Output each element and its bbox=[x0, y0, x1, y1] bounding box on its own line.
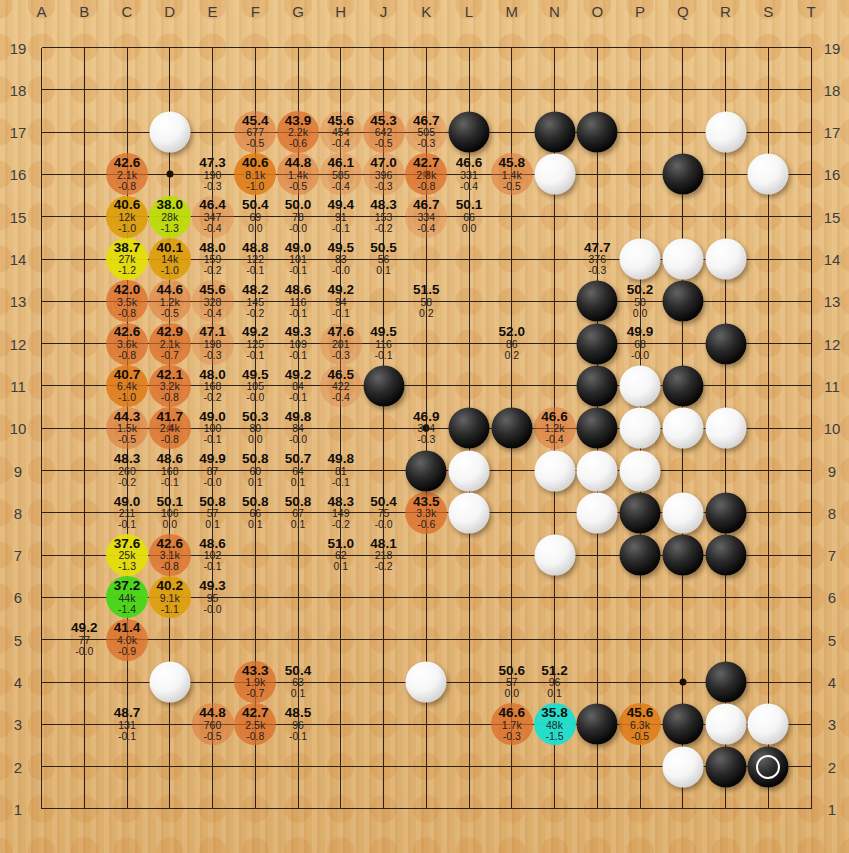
analysis-overlay-e11[interactable]: 48.0168-0.2 bbox=[192, 365, 234, 407]
score-delta-value: -0.5 bbox=[289, 181, 307, 192]
score-delta-value: -0.1 bbox=[332, 223, 350, 234]
score-delta-value: -0.4 bbox=[203, 223, 221, 234]
stone-black-r7 bbox=[705, 535, 746, 576]
score-delta-value: 0.0 bbox=[633, 308, 648, 319]
score-delta-value: -0.1 bbox=[118, 731, 136, 742]
analysis-overlay-d14[interactable]: 40.114k-1.0 bbox=[149, 238, 191, 280]
stone-black-o11 bbox=[577, 365, 618, 406]
row-label-right: 3 bbox=[828, 717, 836, 732]
score-delta-value: -0.1 bbox=[289, 392, 307, 403]
score-delta-value: -0.2 bbox=[374, 223, 392, 234]
analysis-overlay-c16[interactable]: 42.62.1k-0.8 bbox=[106, 153, 148, 195]
analysis-overlay-f14[interactable]: 48.8122-0.1 bbox=[234, 238, 276, 280]
score-delta-value: -0.4 bbox=[332, 138, 350, 149]
stone-white-p14 bbox=[620, 239, 661, 280]
score-delta-value: -0.4 bbox=[332, 392, 350, 403]
score-delta-value: -0.1 bbox=[161, 477, 179, 488]
analysis-overlay-k10[interactable]: 46.9334-0.3 bbox=[405, 407, 447, 449]
score-delta-value: -0.9 bbox=[118, 646, 136, 657]
column-label: F bbox=[251, 4, 260, 19]
score-delta-value: -0.3 bbox=[588, 265, 606, 276]
column-label: D bbox=[164, 4, 175, 19]
score-delta-value: -0.8 bbox=[118, 308, 136, 319]
analysis-overlay-f4[interactable]: 43.31.9k-0.7 bbox=[234, 661, 276, 703]
score-delta-value: 0.1 bbox=[248, 519, 263, 530]
score-delta-value: 0.0 bbox=[248, 223, 263, 234]
row-label-right: 10 bbox=[824, 421, 841, 436]
analysis-overlay-g14[interactable]: 49.0101-0.1 bbox=[277, 238, 319, 280]
stone-black-r4 bbox=[705, 662, 746, 703]
stone-black-l17 bbox=[449, 112, 490, 153]
stone-white-d17 bbox=[149, 112, 190, 153]
analysis-overlay-n4[interactable]: 51.2960.1 bbox=[534, 661, 576, 703]
score-delta-value: -0.3 bbox=[374, 181, 392, 192]
analysis-overlay-m3[interactable]: 46.61.7k-0.3 bbox=[491, 703, 533, 745]
stone-white-r17 bbox=[705, 112, 746, 153]
score-delta-value: -0.8 bbox=[161, 434, 179, 445]
analysis-overlay-h9[interactable]: 49.881-0.1 bbox=[320, 450, 362, 492]
score-delta-value: 0.2 bbox=[419, 308, 434, 319]
analysis-overlay-o14[interactable]: 47.7376-0.3 bbox=[576, 238, 618, 280]
stone-white-o8 bbox=[577, 492, 618, 533]
score-delta-value: -0.3 bbox=[417, 434, 435, 445]
star-point bbox=[166, 171, 173, 178]
stone-white-s16 bbox=[748, 154, 789, 195]
analysis-overlay-g4[interactable]: 50.4630.1 bbox=[277, 661, 319, 703]
analysis-overlay-p13[interactable]: 50.2500.0 bbox=[619, 280, 661, 322]
row-label-right: 9 bbox=[828, 463, 836, 478]
analysis-overlay-g9[interactable]: 50.7640.1 bbox=[277, 450, 319, 492]
column-label: S bbox=[763, 4, 773, 19]
analysis-overlay-c12[interactable]: 42.63.6k-0.8 bbox=[106, 323, 148, 365]
stone-black-o13 bbox=[577, 281, 618, 322]
grid-vertical-line bbox=[811, 48, 812, 809]
grid-horizontal-line bbox=[42, 639, 812, 640]
analysis-overlay-n10[interactable]: 46.61.2k-0.4 bbox=[534, 407, 576, 449]
score-delta-value: -0.4 bbox=[203, 308, 221, 319]
row-label-left: 17 bbox=[10, 125, 27, 140]
analysis-overlay-e3[interactable]: 44.8760-0.5 bbox=[192, 703, 234, 745]
row-label-left: 18 bbox=[10, 82, 27, 97]
score-delta-value: -0.1 bbox=[246, 350, 264, 361]
score-delta-value: 0.0 bbox=[248, 434, 263, 445]
score-delta-value: -0.5 bbox=[374, 138, 392, 149]
analysis-overlay-g16[interactable]: 44.81.4k-0.5 bbox=[277, 153, 319, 195]
stone-black-o3 bbox=[577, 704, 618, 745]
analysis-overlay-f9[interactable]: 50.8600.1 bbox=[234, 450, 276, 492]
score-delta-value: 0.1 bbox=[291, 688, 306, 699]
stone-white-r3 bbox=[705, 704, 746, 745]
analysis-overlay-e6[interactable]: 49.395-0.0 bbox=[192, 576, 234, 618]
score-delta-value: -1.4 bbox=[118, 604, 136, 615]
stone-black-q7 bbox=[662, 535, 703, 576]
analysis-overlay-d6[interactable]: 40.29.1k-1.1 bbox=[149, 576, 191, 618]
analysis-overlay-g17[interactable]: 43.92.2k-0.6 bbox=[277, 111, 319, 153]
row-label-left: 11 bbox=[10, 378, 26, 393]
score-delta-value: -0.1 bbox=[289, 731, 307, 742]
score-delta-value: 0.0 bbox=[462, 223, 477, 234]
score-delta-value: -0.1 bbox=[332, 308, 350, 319]
stone-white-l8 bbox=[449, 492, 490, 533]
score-delta-value: -0.2 bbox=[203, 265, 221, 276]
analysis-overlay-e8[interactable]: 50.8570.1 bbox=[192, 492, 234, 534]
analysis-overlay-p3[interactable]: 45.66.3k-0.5 bbox=[619, 703, 661, 745]
row-label-left: 4 bbox=[14, 675, 22, 690]
row-label-left: 1 bbox=[14, 801, 22, 816]
analysis-overlay-h15[interactable]: 49.491-0.1 bbox=[320, 196, 362, 238]
score-delta-value: -0.0 bbox=[289, 223, 307, 234]
analysis-overlay-e14[interactable]: 48.0159-0.2 bbox=[192, 238, 234, 280]
score-delta-value: 0.1 bbox=[333, 561, 348, 572]
column-label: E bbox=[207, 4, 217, 19]
go-board[interactable]: Human Leela Zero ABCDEFGHJKLMNOPQRST1919… bbox=[0, 0, 849, 853]
score-delta-value: -0.2 bbox=[332, 519, 350, 530]
score-delta-value: -1.3 bbox=[161, 223, 179, 234]
row-label-left: 13 bbox=[10, 294, 27, 309]
score-delta-value: -0.0 bbox=[75, 646, 93, 657]
score-delta-value: -0.1 bbox=[332, 477, 350, 488]
score-delta-value: 0.1 bbox=[291, 477, 306, 488]
stone-white-p11 bbox=[620, 365, 661, 406]
grid-horizontal-line bbox=[42, 808, 812, 809]
analysis-overlay-c14[interactable]: 38.727k-1.2 bbox=[106, 238, 148, 280]
analysis-overlay-d13[interactable]: 44.61.2k-0.5 bbox=[149, 280, 191, 322]
score-delta-value: -0.2 bbox=[246, 308, 264, 319]
analysis-overlay-h11[interactable]: 46.5422-0.4 bbox=[320, 365, 362, 407]
score-delta-value: -1.0 bbox=[161, 265, 179, 276]
stone-white-p10 bbox=[620, 408, 661, 449]
row-label-right: 13 bbox=[824, 294, 841, 309]
row-label-left: 14 bbox=[10, 252, 27, 267]
analysis-overlay-c5[interactable]: 41.44.0k-0.9 bbox=[106, 619, 148, 661]
score-delta-value: -0.8 bbox=[417, 181, 435, 192]
score-delta-value: -0.8 bbox=[161, 561, 179, 572]
analysis-overlay-h16[interactable]: 46.1585-0.4 bbox=[320, 153, 362, 195]
analysis-overlay-f10[interactable]: 50.3800.0 bbox=[234, 407, 276, 449]
row-label-left: 12 bbox=[10, 336, 27, 351]
analysis-overlay-e7[interactable]: 48.6102-0.1 bbox=[192, 534, 234, 576]
analysis-overlay-k13[interactable]: 51.5580.2 bbox=[405, 280, 447, 322]
score-delta-value: -0.5 bbox=[161, 308, 179, 319]
stone-black-m10 bbox=[491, 408, 532, 449]
analysis-overlay-h7[interactable]: 51.0620.1 bbox=[320, 534, 362, 576]
score-delta-value: -0.5 bbox=[203, 731, 221, 742]
stone-white-r10 bbox=[705, 408, 746, 449]
score-delta-value: -0.3 bbox=[203, 350, 221, 361]
column-label: C bbox=[122, 4, 133, 19]
score-delta-value: 0.1 bbox=[205, 519, 220, 530]
analysis-overlay-m12[interactable]: 52.0860.2 bbox=[491, 323, 533, 365]
analysis-overlay-d11[interactable]: 42.13.2k-0.8 bbox=[149, 365, 191, 407]
analysis-overlay-g3[interactable]: 48.596-0.1 bbox=[277, 703, 319, 745]
row-label-left: 7 bbox=[14, 548, 22, 563]
analysis-overlay-g8[interactable]: 50.8670.1 bbox=[277, 492, 319, 534]
stone-black-q16 bbox=[662, 154, 703, 195]
score-delta-value: -0.5 bbox=[631, 731, 649, 742]
analysis-overlay-k15[interactable]: 46.7334-0.4 bbox=[405, 196, 447, 238]
analysis-overlay-c3[interactable]: 48.7131-0.1 bbox=[106, 703, 148, 745]
score-delta-value: 0.2 bbox=[504, 350, 519, 361]
column-label: J bbox=[380, 4, 388, 19]
analysis-overlay-d8[interactable]: 50.11060.0 bbox=[149, 492, 191, 534]
row-label-left: 15 bbox=[10, 209, 27, 224]
analysis-overlay-g13[interactable]: 48.6116-0.1 bbox=[277, 280, 319, 322]
analysis-overlay-g10[interactable]: 49.884-0.0 bbox=[277, 407, 319, 449]
analysis-overlay-c7[interactable]: 37.625k-1.3 bbox=[106, 534, 148, 576]
star-point bbox=[679, 679, 686, 686]
score-delta-value: -0.4 bbox=[332, 181, 350, 192]
row-label-left: 6 bbox=[14, 590, 22, 605]
analysis-overlay-d10[interactable]: 41.72.4k-0.8 bbox=[149, 407, 191, 449]
score-delta-value: -0.0 bbox=[203, 604, 221, 615]
row-label-left: 5 bbox=[14, 632, 22, 647]
score-delta-value: -1.2 bbox=[118, 265, 136, 276]
row-label-right: 15 bbox=[824, 209, 841, 224]
analysis-overlay-j16[interactable]: 47.0396-0.3 bbox=[363, 153, 405, 195]
stone-black-o17 bbox=[577, 112, 618, 153]
stone-white-s3 bbox=[748, 704, 789, 745]
score-delta-value: -0.0 bbox=[374, 519, 392, 530]
analysis-overlay-c11[interactable]: 40.76.4k-1.0 bbox=[106, 365, 148, 407]
score-delta-value: -0.8 bbox=[161, 392, 179, 403]
analysis-overlay-j8[interactable]: 50.475-0.0 bbox=[363, 492, 405, 534]
stone-black-o10 bbox=[577, 408, 618, 449]
score-delta-value: -0.3 bbox=[503, 731, 521, 742]
score-delta-value: -0.1 bbox=[246, 265, 264, 276]
score-delta-value: -0.7 bbox=[161, 350, 179, 361]
score-delta-value: 0.1 bbox=[547, 688, 562, 699]
analysis-overlay-k16[interactable]: 42.72.8k-0.8 bbox=[405, 153, 447, 195]
score-delta-value: -0.2 bbox=[203, 392, 221, 403]
row-label-right: 11 bbox=[824, 378, 840, 393]
column-label: A bbox=[36, 4, 46, 19]
score-delta-value: -0.0 bbox=[289, 434, 307, 445]
analysis-overlay-h17[interactable]: 45.6454-0.4 bbox=[320, 111, 362, 153]
stone-black-q3 bbox=[662, 704, 703, 745]
column-label: G bbox=[292, 4, 304, 19]
row-label-right: 7 bbox=[828, 548, 836, 563]
stone-black-l10 bbox=[449, 408, 490, 449]
row-label-left: 9 bbox=[14, 463, 22, 478]
last-move-marker bbox=[756, 755, 780, 779]
analysis-overlay-h14[interactable]: 49.583-0.0 bbox=[320, 238, 362, 280]
score-delta-value: -0.3 bbox=[332, 350, 350, 361]
analysis-overlay-h13[interactable]: 49.294-0.1 bbox=[320, 280, 362, 322]
stone-white-p9 bbox=[620, 450, 661, 491]
column-label: N bbox=[549, 4, 560, 19]
analysis-overlay-b5[interactable]: 49.277-0.0 bbox=[63, 619, 105, 661]
score-delta-value: -0.6 bbox=[417, 519, 435, 530]
stone-black-r12 bbox=[705, 323, 746, 364]
row-label-left: 19 bbox=[10, 40, 27, 55]
row-label-right: 6 bbox=[828, 590, 836, 605]
analysis-overlay-k17[interactable]: 46.7505-0.3 bbox=[405, 111, 447, 153]
analysis-overlay-f17[interactable]: 45.4677-0.5 bbox=[234, 111, 276, 153]
analysis-overlay-g11[interactable]: 49.284-0.1 bbox=[277, 365, 319, 407]
analysis-overlay-j14[interactable]: 50.5560.1 bbox=[363, 238, 405, 280]
analysis-overlay-c8[interactable]: 49.0211-0.1 bbox=[106, 492, 148, 534]
analysis-overlay-m16[interactable]: 45.81.4k-0.5 bbox=[491, 153, 533, 195]
score-delta-value: -0.2 bbox=[374, 561, 392, 572]
row-label-left: 10 bbox=[10, 421, 27, 436]
score-delta-value: -0.4 bbox=[460, 181, 478, 192]
analysis-overlay-e15[interactable]: 46.4347-0.4 bbox=[192, 196, 234, 238]
score-delta-value: -0.8 bbox=[118, 181, 136, 192]
analysis-overlay-l16[interactable]: 46.6331-0.4 bbox=[448, 153, 490, 195]
analysis-overlay-e13[interactable]: 45.6328-0.4 bbox=[192, 280, 234, 322]
row-label-right: 16 bbox=[824, 167, 841, 182]
row-label-right: 18 bbox=[824, 82, 841, 97]
analysis-overlay-g15[interactable]: 50.078-0.0 bbox=[277, 196, 319, 238]
analysis-overlay-l15[interactable]: 50.1660.0 bbox=[448, 196, 490, 238]
score-delta-value: -0.7 bbox=[246, 688, 264, 699]
score-delta-value: -0.0 bbox=[631, 350, 649, 361]
column-label: B bbox=[79, 4, 89, 19]
row-label-right: 12 bbox=[824, 336, 841, 351]
row-label-right: 1 bbox=[828, 801, 836, 816]
column-label: R bbox=[720, 4, 731, 19]
column-label: K bbox=[421, 4, 431, 19]
stone-black-r8 bbox=[705, 492, 746, 533]
stone-white-o9 bbox=[577, 450, 618, 491]
analysis-overlay-c10[interactable]: 44.31.5k-0.5 bbox=[106, 407, 148, 449]
score-delta-value: -0.1 bbox=[289, 308, 307, 319]
stone-white-r14 bbox=[705, 239, 746, 280]
score-delta-value: -0.5 bbox=[246, 138, 264, 149]
row-label-right: 2 bbox=[828, 759, 836, 774]
analysis-overlay-f12[interactable]: 49.2125-0.1 bbox=[234, 323, 276, 365]
column-label: H bbox=[335, 4, 346, 19]
score-delta-value: 0.1 bbox=[376, 265, 391, 276]
score-delta-value: -0.8 bbox=[246, 731, 264, 742]
analysis-overlay-j17[interactable]: 45.3642-0.5 bbox=[363, 111, 405, 153]
analysis-overlay-f8[interactable]: 50.8660.1 bbox=[234, 492, 276, 534]
column-label: L bbox=[465, 4, 473, 19]
stone-white-q10 bbox=[662, 408, 703, 449]
score-delta-value: -0.1 bbox=[289, 265, 307, 276]
score-delta-value: -0.1 bbox=[118, 519, 136, 530]
stone-black-r2 bbox=[705, 746, 746, 787]
score-delta-value: 0.0 bbox=[504, 688, 519, 699]
stone-black-j11 bbox=[363, 365, 404, 406]
analysis-overlay-p12[interactable]: 49.968-0.0 bbox=[619, 323, 661, 365]
score-delta-value: -0.1 bbox=[203, 434, 221, 445]
analysis-overlay-n3[interactable]: 35.848k-1.5 bbox=[534, 703, 576, 745]
analysis-overlay-j7[interactable]: 48.1218-0.2 bbox=[363, 534, 405, 576]
analysis-overlay-f3[interactable]: 42.72.5k-0.8 bbox=[234, 703, 276, 745]
score-delta-value: -0.5 bbox=[118, 434, 136, 445]
analysis-overlay-g12[interactable]: 49.3109-0.1 bbox=[277, 323, 319, 365]
score-delta-value: -1.0 bbox=[118, 223, 136, 234]
stone-black-n17 bbox=[534, 112, 575, 153]
stone-white-l9 bbox=[449, 450, 490, 491]
analysis-overlay-c9[interactable]: 48.3260-0.2 bbox=[106, 450, 148, 492]
score-delta-value: -0.3 bbox=[417, 138, 435, 149]
analysis-overlay-e16[interactable]: 47.3190-0.3 bbox=[192, 153, 234, 195]
score-delta-value: -0.1 bbox=[203, 561, 221, 572]
score-delta-value: -0.0 bbox=[203, 477, 221, 488]
score-delta-value: -0.1 bbox=[374, 350, 392, 361]
score-delta-value: -1.3 bbox=[118, 561, 136, 572]
analysis-overlay-f16[interactable]: 40.68.1k-1.0 bbox=[234, 153, 276, 195]
analysis-overlay-e9[interactable]: 49.987-0.0 bbox=[192, 450, 234, 492]
analysis-overlay-h12[interactable]: 47.6281-0.3 bbox=[320, 323, 362, 365]
analysis-overlay-h8[interactable]: 48.3149-0.2 bbox=[320, 492, 362, 534]
score-delta-value: -0.8 bbox=[118, 350, 136, 361]
analysis-overlay-c15[interactable]: 40.612k-1.0 bbox=[106, 196, 148, 238]
score-delta-value: -0.5 bbox=[503, 181, 521, 192]
row-label-left: 16 bbox=[10, 167, 27, 182]
analysis-overlay-d7[interactable]: 42.63.1k-0.8 bbox=[149, 534, 191, 576]
score-delta-value: 0.1 bbox=[291, 519, 306, 530]
analysis-overlay-j15[interactable]: 48.3153-0.2 bbox=[363, 196, 405, 238]
row-label-left: 3 bbox=[14, 717, 22, 732]
stone-white-d4 bbox=[149, 662, 190, 703]
score-delta-value: -1.0 bbox=[118, 392, 136, 403]
score-delta-value: -0.0 bbox=[246, 392, 264, 403]
analysis-overlay-f15[interactable]: 50.4690.0 bbox=[234, 196, 276, 238]
analysis-overlay-j12[interactable]: 49.5116-0.1 bbox=[363, 323, 405, 365]
row-label-right: 8 bbox=[828, 505, 836, 520]
score-delta-value: -0.1 bbox=[289, 350, 307, 361]
analysis-overlay-f11[interactable]: 49.5105-0.0 bbox=[234, 365, 276, 407]
row-label-right: 5 bbox=[828, 632, 836, 647]
analysis-overlay-m4[interactable]: 50.6570.0 bbox=[491, 661, 533, 703]
analysis-overlay-e12[interactable]: 47.1198-0.3 bbox=[192, 323, 234, 365]
column-label: P bbox=[635, 4, 645, 19]
analysis-overlay-e10[interactable]: 49.0100-0.1 bbox=[192, 407, 234, 449]
analysis-overlay-d15[interactable]: 38.028k-1.3 bbox=[149, 196, 191, 238]
score-delta-value: -0.3 bbox=[203, 181, 221, 192]
stone-black-p8 bbox=[620, 492, 661, 533]
stone-black-p7 bbox=[620, 535, 661, 576]
analysis-overlay-c13[interactable]: 42.03.5k-0.8 bbox=[106, 280, 148, 322]
score-delta-value: -1.0 bbox=[246, 181, 264, 192]
column-label: T bbox=[806, 4, 815, 19]
score-delta-value: 0.1 bbox=[248, 477, 263, 488]
analysis-overlay-d12[interactable]: 42.92.1k-0.7 bbox=[149, 323, 191, 365]
stone-black-o12 bbox=[577, 323, 618, 364]
analysis-overlay-k8[interactable]: 43.53.3k-0.6 bbox=[405, 492, 447, 534]
stone-white-k4 bbox=[406, 662, 447, 703]
stone-white-n7 bbox=[534, 535, 575, 576]
row-label-right: 14 bbox=[824, 252, 841, 267]
score-delta-value: -0.2 bbox=[118, 477, 136, 488]
score-delta-value: -1.5 bbox=[545, 731, 563, 742]
column-label: Q bbox=[677, 4, 689, 19]
analysis-overlay-d9[interactable]: 48.6168-0.1 bbox=[149, 450, 191, 492]
score-delta-value: -0.0 bbox=[332, 265, 350, 276]
stone-white-n16 bbox=[534, 154, 575, 195]
row-label-left: 2 bbox=[14, 759, 22, 774]
stone-white-q14 bbox=[662, 239, 703, 280]
score-delta-value: -0.4 bbox=[545, 434, 563, 445]
score-delta-value: -0.6 bbox=[289, 138, 307, 149]
score-delta-value: -1.1 bbox=[161, 604, 179, 615]
stone-white-q2 bbox=[662, 746, 703, 787]
footer-bar: Human Leela Zero bbox=[0, 823, 849, 853]
analysis-overlay-f13[interactable]: 48.2145-0.2 bbox=[234, 280, 276, 322]
score-delta-value: 0.0 bbox=[162, 519, 177, 530]
row-label-left: 8 bbox=[14, 505, 22, 520]
stone-black-q13 bbox=[662, 281, 703, 322]
column-label: M bbox=[506, 4, 519, 19]
row-label-right: 19 bbox=[824, 40, 841, 55]
stone-black-q11 bbox=[662, 365, 703, 406]
stone-white-n9 bbox=[534, 450, 575, 491]
analysis-overlay-c6[interactable]: 37.244k-1.4 bbox=[106, 576, 148, 618]
column-label: O bbox=[591, 4, 603, 19]
